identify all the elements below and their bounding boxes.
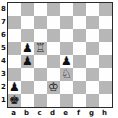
square-d8[interactable] (47, 3, 60, 16)
square-b3[interactable] (21, 68, 34, 81)
square-d2[interactable]: ♔ (47, 81, 60, 94)
square-f6[interactable] (73, 29, 86, 42)
square-g3[interactable] (86, 68, 99, 81)
square-c5[interactable]: ♖ (34, 42, 47, 55)
file-label-d: d (46, 108, 59, 118)
square-f7[interactable] (73, 16, 86, 29)
square-g5[interactable] (86, 42, 99, 55)
square-e2[interactable] (60, 81, 73, 94)
square-d4[interactable] (47, 55, 60, 68)
square-h4[interactable] (99, 55, 112, 68)
square-a6[interactable] (8, 29, 21, 42)
white-piece-d2: ♔ (48, 81, 59, 94)
square-a5[interactable] (8, 42, 21, 55)
square-e3[interactable]: ♘ (60, 68, 73, 81)
square-f1[interactable] (73, 94, 86, 107)
file-label-g: g (85, 108, 98, 118)
square-g6[interactable] (86, 29, 99, 42)
rank-label-3: 3 (0, 67, 7, 80)
square-f4[interactable] (73, 55, 86, 68)
square-c4[interactable] (34, 55, 47, 68)
square-h8[interactable] (99, 3, 112, 16)
rank-labels: 87654321 (0, 2, 7, 106)
square-g4[interactable] (86, 55, 99, 68)
square-d1[interactable] (47, 94, 60, 107)
file-label-b: b (20, 108, 33, 118)
square-c8[interactable] (34, 3, 47, 16)
square-a1[interactable]: ♚ (8, 94, 21, 107)
square-b7[interactable] (21, 16, 34, 29)
file-label-c: c (33, 108, 46, 118)
rank-label-4: 4 (0, 54, 7, 67)
rank-label-5: 5 (0, 41, 7, 54)
square-b4[interactable]: ♟ (21, 55, 34, 68)
square-c3[interactable] (34, 68, 47, 81)
white-piece-c5: ♖ (35, 42, 46, 55)
square-h3[interactable] (99, 68, 112, 81)
square-c2[interactable] (34, 81, 47, 94)
black-piece-b4: ♟ (22, 55, 33, 68)
file-label-h: h (98, 108, 111, 118)
square-g2[interactable] (86, 81, 99, 94)
square-f8[interactable] (73, 3, 86, 16)
square-c7[interactable] (34, 16, 47, 29)
square-a8[interactable] (8, 3, 21, 16)
rank-label-7: 7 (0, 15, 7, 28)
square-e7[interactable] (60, 16, 73, 29)
rank-label-8: 8 (0, 2, 7, 15)
white-piece-e3: ♘ (61, 68, 72, 81)
chess-diagram: 87654321 ♟♖♟♟♘♟♔♚ abcdefgh (0, 0, 118, 118)
square-h7[interactable] (99, 16, 112, 29)
board: ♟♖♟♟♘♟♔♚ (7, 2, 113, 108)
square-f3[interactable] (73, 68, 86, 81)
square-e1[interactable] (60, 94, 73, 107)
square-f5[interactable] (73, 42, 86, 55)
square-h1[interactable] (99, 94, 112, 107)
file-label-a: a (7, 108, 20, 118)
square-g1[interactable] (86, 94, 99, 107)
square-a4[interactable] (8, 55, 21, 68)
file-labels: abcdefgh (7, 108, 111, 118)
square-b1[interactable] (21, 94, 34, 107)
square-e8[interactable] (60, 3, 73, 16)
black-piece-a1: ♚ (9, 94, 20, 107)
square-d5[interactable] (47, 42, 60, 55)
square-d7[interactable] (47, 16, 60, 29)
square-f2[interactable] (73, 81, 86, 94)
square-d6[interactable] (47, 29, 60, 42)
square-h2[interactable] (99, 81, 112, 94)
rank-label-2: 2 (0, 80, 7, 93)
square-h5[interactable] (99, 42, 112, 55)
square-b8[interactable] (21, 3, 34, 16)
rank-label-6: 6 (0, 28, 7, 41)
square-c1[interactable] (34, 94, 47, 107)
rank-label-1: 1 (0, 93, 7, 106)
square-g8[interactable] (86, 3, 99, 16)
file-label-e: e (59, 108, 72, 118)
square-g7[interactable] (86, 16, 99, 29)
file-label-f: f (72, 108, 85, 118)
square-e6[interactable] (60, 29, 73, 42)
square-a7[interactable] (8, 16, 21, 29)
square-b2[interactable] (21, 81, 34, 94)
square-h6[interactable] (99, 29, 112, 42)
